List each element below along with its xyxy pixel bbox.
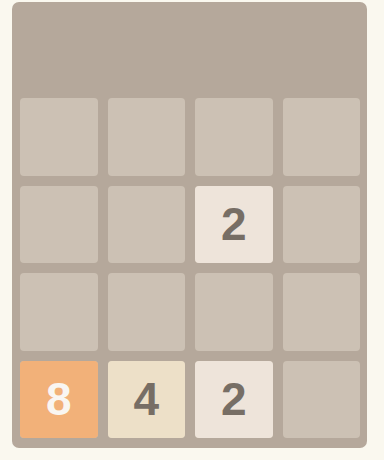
page: 2842 [0, 0, 384, 460]
tile-8-r4c1: 8 [20, 361, 98, 439]
empty-cell-r2c1 [20, 186, 98, 264]
empty-cell-r3c2 [108, 273, 186, 351]
empty-cell-r1c1 [20, 98, 98, 176]
tile-4-r4c2: 4 [108, 361, 186, 439]
empty-cell-r4c3: 2 [195, 361, 273, 439]
tile-grid: 2842 [20, 98, 360, 438]
empty-cell-r3c1 [20, 273, 98, 351]
game-board[interactable]: 2842 [12, 2, 367, 448]
empty-cell-r4c2: 4 [108, 361, 186, 439]
empty-cell-r1c2 [108, 98, 186, 176]
empty-cell-r3c3 [195, 273, 273, 351]
empty-cell-r2c3: 2 [195, 186, 273, 264]
empty-cell-r1c4 [283, 98, 361, 176]
empty-cell-r1c3 [195, 98, 273, 176]
empty-cell-r2c2 [108, 186, 186, 264]
empty-cell-r3c4 [283, 273, 361, 351]
tile-2-r4c3: 2 [195, 361, 273, 439]
empty-cell-r4c4 [283, 361, 361, 439]
empty-cell-r2c4 [283, 186, 361, 264]
tile-2-r2c3: 2 [195, 186, 273, 264]
empty-cell-r4c1: 8 [20, 361, 98, 439]
